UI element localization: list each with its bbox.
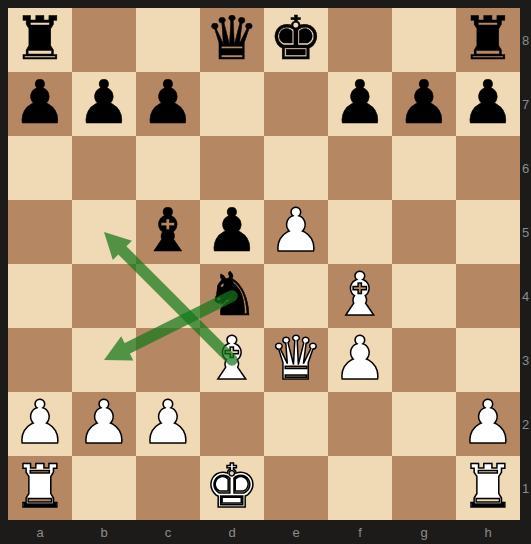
piece-black-king-e8[interactable]: ♚ — [269, 6, 323, 70]
rank-label-6: 6 — [520, 136, 531, 200]
square-a1[interactable]: ♜ — [8, 456, 72, 520]
rank-label-7: 7 — [520, 72, 531, 136]
square-d6[interactable] — [200, 136, 264, 200]
square-g7[interactable]: ♟ — [392, 72, 456, 136]
square-a6[interactable] — [8, 136, 72, 200]
square-f8[interactable] — [328, 8, 392, 72]
square-b1[interactable] — [72, 456, 136, 520]
square-f2[interactable] — [328, 392, 392, 456]
square-g4[interactable] — [392, 264, 456, 328]
file-label-d: d — [200, 520, 264, 544]
piece-black-pawn-c7[interactable]: ♟ — [141, 70, 195, 134]
square-g3[interactable] — [392, 328, 456, 392]
square-h2[interactable]: ♟ — [456, 392, 520, 456]
piece-black-knight-d4[interactable]: ♞ — [205, 262, 259, 326]
piece-white-king-d1[interactable]: ♚ — [205, 454, 259, 518]
square-g6[interactable] — [392, 136, 456, 200]
square-b8[interactable] — [72, 8, 136, 72]
square-c5[interactable]: ♝ — [136, 200, 200, 264]
square-e2[interactable] — [264, 392, 328, 456]
square-b2[interactable]: ♟ — [72, 392, 136, 456]
rank-label-2: 2 — [520, 392, 531, 456]
piece-white-pawn-a2[interactable]: ♟ — [13, 390, 67, 454]
square-e4[interactable] — [264, 264, 328, 328]
square-g1[interactable] — [392, 456, 456, 520]
square-a7[interactable]: ♟ — [8, 72, 72, 136]
square-e3[interactable]: ♛ — [264, 328, 328, 392]
piece-black-pawn-b7[interactable]: ♟ — [77, 70, 131, 134]
rank-label-3: 3 — [520, 328, 531, 392]
square-d7[interactable] — [200, 72, 264, 136]
square-b6[interactable] — [72, 136, 136, 200]
square-c8[interactable] — [136, 8, 200, 72]
square-h6[interactable] — [456, 136, 520, 200]
square-e7[interactable] — [264, 72, 328, 136]
square-c2[interactable]: ♟ — [136, 392, 200, 456]
piece-white-rook-h1[interactable]: ♜ — [461, 454, 515, 518]
square-a2[interactable]: ♟ — [8, 392, 72, 456]
piece-white-pawn-h2[interactable]: ♟ — [461, 390, 515, 454]
square-d4[interactable]: ♞ — [200, 264, 264, 328]
file-label-g: g — [392, 520, 456, 544]
piece-white-pawn-e5[interactable]: ♟ — [269, 198, 323, 262]
piece-white-rook-a1[interactable]: ♜ — [13, 454, 67, 518]
chess-app-canvas: ♜♛♚♜♟♟♟♟♟♟♝♟♟♞♝♝♛♟♟♟♟♟♜♚♜ abcdefgh876543… — [0, 0, 531, 544]
square-e1[interactable] — [264, 456, 328, 520]
square-g5[interactable] — [392, 200, 456, 264]
square-h1[interactable]: ♜ — [456, 456, 520, 520]
piece-white-pawn-f3[interactable]: ♟ — [333, 326, 387, 390]
square-h5[interactable] — [456, 200, 520, 264]
chess-board[interactable]: ♜♛♚♜♟♟♟♟♟♟♝♟♟♞♝♝♛♟♟♟♟♟♜♚♜ — [8, 8, 520, 520]
rank-label-1: 1 — [520, 456, 531, 520]
file-label-f: f — [328, 520, 392, 544]
rank-label-8: 8 — [520, 8, 531, 72]
square-g8[interactable] — [392, 8, 456, 72]
square-b4[interactable] — [72, 264, 136, 328]
square-c7[interactable]: ♟ — [136, 72, 200, 136]
square-c1[interactable] — [136, 456, 200, 520]
piece-black-pawn-a7[interactable]: ♟ — [13, 70, 67, 134]
file-label-c: c — [136, 520, 200, 544]
rank-label-5: 5 — [520, 200, 531, 264]
square-d2[interactable] — [200, 392, 264, 456]
square-f3[interactable]: ♟ — [328, 328, 392, 392]
piece-black-rook-h8[interactable]: ♜ — [461, 6, 515, 70]
square-f5[interactable] — [328, 200, 392, 264]
piece-black-pawn-g7[interactable]: ♟ — [397, 70, 451, 134]
square-d5[interactable]: ♟ — [200, 200, 264, 264]
piece-black-queen-d8[interactable]: ♛ — [205, 6, 259, 70]
square-a4[interactable] — [8, 264, 72, 328]
piece-white-queen-e3[interactable]: ♛ — [269, 326, 323, 390]
square-f1[interactable] — [328, 456, 392, 520]
rank-label-4: 4 — [520, 264, 531, 328]
square-d3[interactable]: ♝ — [200, 328, 264, 392]
square-a8[interactable]: ♜ — [8, 8, 72, 72]
file-label-h: h — [456, 520, 520, 544]
square-f4[interactable]: ♝ — [328, 264, 392, 328]
piece-white-pawn-c2[interactable]: ♟ — [141, 390, 195, 454]
square-c6[interactable] — [136, 136, 200, 200]
square-h7[interactable]: ♟ — [456, 72, 520, 136]
square-c4[interactable] — [136, 264, 200, 328]
piece-black-pawn-h7[interactable]: ♟ — [461, 70, 515, 134]
square-c3[interactable] — [136, 328, 200, 392]
square-f7[interactable]: ♟ — [328, 72, 392, 136]
square-b3[interactable] — [72, 328, 136, 392]
square-d8[interactable]: ♛ — [200, 8, 264, 72]
square-e6[interactable] — [264, 136, 328, 200]
square-e5[interactable]: ♟ — [264, 200, 328, 264]
piece-black-pawn-d5[interactable]: ♟ — [205, 198, 259, 262]
piece-black-rook-a8[interactable]: ♜ — [13, 6, 67, 70]
piece-black-bishop-c5[interactable]: ♝ — [141, 198, 195, 262]
square-h3[interactable] — [456, 328, 520, 392]
square-b7[interactable]: ♟ — [72, 72, 136, 136]
piece-white-bishop-d3[interactable]: ♝ — [205, 326, 259, 390]
square-d1[interactable]: ♚ — [200, 456, 264, 520]
square-f6[interactable] — [328, 136, 392, 200]
square-a3[interactable] — [8, 328, 72, 392]
square-a5[interactable] — [8, 200, 72, 264]
square-h4[interactable] — [456, 264, 520, 328]
piece-black-pawn-f7[interactable]: ♟ — [333, 70, 387, 134]
square-h8[interactable]: ♜ — [456, 8, 520, 72]
piece-white-pawn-b2[interactable]: ♟ — [77, 390, 131, 454]
file-label-b: b — [72, 520, 136, 544]
file-label-a: a — [8, 520, 72, 544]
piece-white-bishop-f4[interactable]: ♝ — [333, 262, 387, 326]
square-b5[interactable] — [72, 200, 136, 264]
square-g2[interactable] — [392, 392, 456, 456]
square-e8[interactable]: ♚ — [264, 8, 328, 72]
file-label-e: e — [264, 520, 328, 544]
